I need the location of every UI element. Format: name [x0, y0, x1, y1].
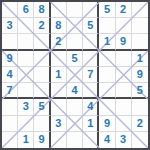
given-digit: 3: [7, 20, 13, 31]
cell-r4c8[interactable]: [116, 51, 132, 67]
cell-r4c6[interactable]: [83, 51, 99, 67]
cell-r6c5[interactable]: 4: [67, 83, 83, 99]
given-digit: 5: [137, 85, 143, 96]
cell-r2c7[interactable]: [99, 18, 115, 34]
cell-r2c6[interactable]: 5: [83, 18, 99, 34]
cell-r9c1[interactable]: [2, 132, 18, 148]
cell-r3c5[interactable]: [67, 34, 83, 50]
cell-r9c7[interactable]: 4: [99, 132, 115, 148]
given-digit: 6: [23, 4, 29, 15]
given-digit: 4: [104, 134, 110, 145]
given-digit: 5: [38, 101, 44, 112]
cell-r3c7[interactable]: 1: [99, 34, 115, 50]
cell-r6c8[interactable]: [116, 83, 132, 99]
cell-r8c2[interactable]: [18, 116, 34, 132]
given-digit: 7: [87, 69, 93, 80]
given-digit: 9: [104, 118, 110, 129]
cell-r1c4[interactable]: [51, 2, 67, 18]
given-digit: 2: [38, 20, 44, 31]
cell-r6c4[interactable]: [51, 83, 67, 99]
given-digit: 5: [104, 4, 110, 15]
cell-r5c8[interactable]: [116, 67, 132, 83]
cell-r3c3[interactable]: [34, 34, 50, 50]
cell-r1c9[interactable]: [132, 2, 148, 18]
cell-r3c2[interactable]: [18, 34, 34, 50]
cell-r9c6[interactable]: [83, 132, 99, 148]
cell-r4c1[interactable]: 9: [2, 51, 18, 67]
given-digit: 5: [87, 20, 93, 31]
given-digit: 2: [55, 36, 61, 47]
cell-r3c6[interactable]: [83, 34, 99, 50]
given-digit: 5: [71, 53, 77, 64]
cell-r4c4[interactable]: [51, 51, 67, 67]
cell-r7c6[interactable]: 4: [83, 99, 99, 115]
cell-r2c4[interactable]: 8: [51, 18, 67, 34]
cell-r8c5[interactable]: [67, 116, 83, 132]
cell-r6c9[interactable]: 5: [132, 83, 148, 99]
cell-r5c6[interactable]: 7: [83, 67, 99, 83]
cell-r3c4[interactable]: 2: [51, 34, 67, 50]
cell-r1c6[interactable]: [83, 2, 99, 18]
cell-r3c1[interactable]: [2, 34, 18, 50]
given-digit: 9: [38, 134, 44, 145]
cell-r4c5[interactable]: 5: [67, 51, 83, 67]
cell-r2c3[interactable]: 2: [34, 18, 50, 34]
given-digit: 1: [137, 53, 143, 64]
cell-r5c7[interactable]: [99, 67, 115, 83]
given-digit: 9: [7, 53, 13, 64]
cell-r5c4[interactable]: 1: [51, 67, 67, 83]
cell-r8c9[interactable]: 2: [132, 116, 148, 132]
given-digit: 4: [71, 85, 77, 96]
cell-r8c8[interactable]: [116, 116, 132, 132]
cell-r2c1[interactable]: 3: [2, 18, 18, 34]
cell-r7c9[interactable]: [132, 99, 148, 115]
cell-r7c8[interactable]: [116, 99, 132, 115]
cell-r2c8[interactable]: [116, 18, 132, 34]
cell-r5c1[interactable]: 4: [2, 67, 18, 83]
cell-r6c6[interactable]: [83, 83, 99, 99]
given-digit: 4: [87, 101, 93, 112]
cell-r6c3[interactable]: [34, 83, 50, 99]
cell-r8c6[interactable]: 1: [83, 116, 99, 132]
cell-r3c8[interactable]: 9: [116, 34, 132, 50]
sudoku-grid: 68523285219951417974535431921943: [2, 2, 148, 148]
cell-r8c1[interactable]: [2, 116, 18, 132]
given-digit: 4: [7, 69, 13, 80]
cell-r9c3[interactable]: 9: [34, 132, 50, 148]
cell-r9c2[interactable]: 1: [18, 132, 34, 148]
cell-r4c2[interactable]: [18, 51, 34, 67]
cell-r4c7[interactable]: [99, 51, 115, 67]
cell-r1c1[interactable]: [2, 2, 18, 18]
cell-r6c7[interactable]: [99, 83, 115, 99]
cell-r5c5[interactable]: [67, 67, 83, 83]
cell-r1c3[interactable]: 8: [34, 2, 50, 18]
given-digit: 3: [23, 101, 29, 112]
given-digit: 1: [87, 118, 93, 129]
given-digit: 7: [7, 85, 13, 96]
given-digit: 3: [120, 134, 126, 145]
given-digit: 1: [23, 134, 29, 145]
cell-r8c3[interactable]: [34, 116, 50, 132]
cell-r9c8[interactable]: 3: [116, 132, 132, 148]
cell-r4c3[interactable]: [34, 51, 50, 67]
cell-r1c5[interactable]: [67, 2, 83, 18]
cell-r1c2[interactable]: 6: [18, 2, 34, 18]
given-digit: 9: [137, 69, 143, 80]
given-digit: 8: [38, 4, 44, 15]
cell-r6c1[interactable]: 7: [2, 83, 18, 99]
cell-r2c5[interactable]: [67, 18, 83, 34]
cell-r7c1[interactable]: [2, 99, 18, 115]
cell-r9c9[interactable]: [132, 132, 148, 148]
cell-r7c5[interactable]: [67, 99, 83, 115]
cell-r6c2[interactable]: [18, 83, 34, 99]
cell-r2c9[interactable]: [132, 18, 148, 34]
cell-r1c7[interactable]: 5: [99, 2, 115, 18]
given-digit: 1: [55, 69, 61, 80]
cell-r5c9[interactable]: 9: [132, 67, 148, 83]
cell-r9c4[interactable]: [51, 132, 67, 148]
cell-r7c7[interactable]: [99, 99, 115, 115]
given-digit: 2: [120, 4, 126, 15]
cell-r3c9[interactable]: [132, 34, 148, 50]
given-digit: 1: [104, 36, 110, 47]
cell-r4c9[interactable]: 1: [132, 51, 148, 67]
cell-r7c2[interactable]: 3: [18, 99, 34, 115]
given-digit: 2: [137, 118, 143, 129]
cell-r2c2[interactable]: [18, 18, 34, 34]
cell-r7c3[interactable]: 5: [34, 99, 50, 115]
given-digit: 3: [55, 118, 61, 129]
given-digit: 9: [120, 36, 126, 47]
cell-r8c4[interactable]: 3: [51, 116, 67, 132]
cell-r9c5[interactable]: [67, 132, 83, 148]
cell-r5c2[interactable]: [18, 67, 34, 83]
given-digit: 8: [55, 20, 61, 31]
sudoku-board: 68523285219951417974535431921943: [0, 0, 150, 150]
cell-r1c8[interactable]: 2: [116, 2, 132, 18]
cell-r8c7[interactable]: 9: [99, 116, 115, 132]
cell-r5c3[interactable]: [34, 67, 50, 83]
cell-r7c4[interactable]: [51, 99, 67, 115]
